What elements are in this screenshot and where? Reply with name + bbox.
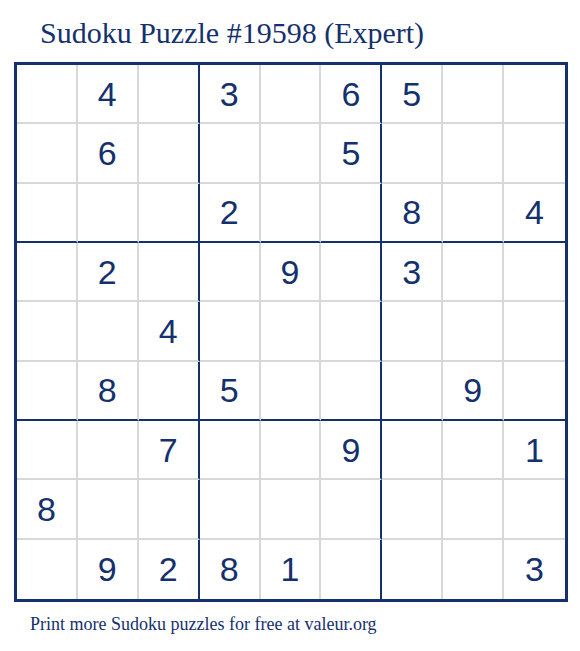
cell-r2c4[interactable] [200, 124, 261, 183]
cell-r5c3: 4 [139, 302, 200, 361]
cell-r3c1[interactable] [17, 184, 78, 243]
cell-r7c2[interactable] [78, 421, 139, 480]
cell-r3c7: 8 [382, 184, 443, 243]
cell-r8c2[interactable] [78, 480, 139, 539]
cell-r1c3[interactable] [139, 65, 200, 124]
cell-r6c2: 8 [78, 362, 139, 421]
cell-r7c6: 9 [321, 421, 382, 480]
cell-r3c4: 2 [200, 184, 261, 243]
cell-r3c5[interactable] [261, 184, 322, 243]
cell-r9c1[interactable] [17, 540, 78, 599]
cell-r4c8[interactable] [443, 243, 504, 302]
cell-r6c4: 5 [200, 362, 261, 421]
cell-r6c1[interactable] [17, 362, 78, 421]
cell-r8c8[interactable] [443, 480, 504, 539]
cell-r1c9[interactable] [504, 65, 565, 124]
cell-r7c7[interactable] [382, 421, 443, 480]
cell-r6c5[interactable] [261, 362, 322, 421]
cell-r4c6[interactable] [321, 243, 382, 302]
cell-r5c2[interactable] [78, 302, 139, 361]
cell-r1c8[interactable] [443, 65, 504, 124]
cell-r9c8[interactable] [443, 540, 504, 599]
cell-r9c3: 2 [139, 540, 200, 599]
cell-r1c5[interactable] [261, 65, 322, 124]
cell-r6c6[interactable] [321, 362, 382, 421]
cell-r9c5: 1 [261, 540, 322, 599]
cell-r9c4: 8 [200, 540, 261, 599]
page: Sudoku Puzzle #19598 (Expert) 4365652842… [0, 0, 580, 651]
cell-r9c6[interactable] [321, 540, 382, 599]
cell-r5c9[interactable] [504, 302, 565, 361]
cell-r2c1[interactable] [17, 124, 78, 183]
cell-r8c6[interactable] [321, 480, 382, 539]
cell-r4c5: 9 [261, 243, 322, 302]
cell-r2c2: 6 [78, 124, 139, 183]
cell-r1c1[interactable] [17, 65, 78, 124]
cell-r2c3[interactable] [139, 124, 200, 183]
puzzle-title: Sudoku Puzzle #19598 (Expert) [40, 16, 424, 50]
cell-r2c5[interactable] [261, 124, 322, 183]
cell-r7c8[interactable] [443, 421, 504, 480]
footer-text: Print more Sudoku puzzles for free at va… [30, 614, 377, 635]
cell-r4c9[interactable] [504, 243, 565, 302]
cell-r4c3[interactable] [139, 243, 200, 302]
cell-r1c4: 3 [200, 65, 261, 124]
cell-r1c6: 6 [321, 65, 382, 124]
cell-r7c9: 1 [504, 421, 565, 480]
cell-r3c2[interactable] [78, 184, 139, 243]
cell-r8c7[interactable] [382, 480, 443, 539]
cell-r7c4[interactable] [200, 421, 261, 480]
cell-r9c2: 9 [78, 540, 139, 599]
cell-r2c6: 5 [321, 124, 382, 183]
cell-r8c3[interactable] [139, 480, 200, 539]
cell-r3c8[interactable] [443, 184, 504, 243]
cell-r6c8: 9 [443, 362, 504, 421]
cell-r8c9[interactable] [504, 480, 565, 539]
cell-r6c9[interactable] [504, 362, 565, 421]
cell-r4c2: 2 [78, 243, 139, 302]
cell-r5c6[interactable] [321, 302, 382, 361]
sudoku-board: 4365652842934859791892813 [14, 62, 568, 602]
cell-r2c9[interactable] [504, 124, 565, 183]
cell-r5c5[interactable] [261, 302, 322, 361]
cell-r7c3: 7 [139, 421, 200, 480]
cell-r5c4[interactable] [200, 302, 261, 361]
cell-r6c7[interactable] [382, 362, 443, 421]
cell-r8c5[interactable] [261, 480, 322, 539]
cell-r5c1[interactable] [17, 302, 78, 361]
cell-r7c1[interactable] [17, 421, 78, 480]
cell-r4c4[interactable] [200, 243, 261, 302]
cell-r6c3[interactable] [139, 362, 200, 421]
cell-r4c7: 3 [382, 243, 443, 302]
cell-r3c9: 4 [504, 184, 565, 243]
cell-r1c2: 4 [78, 65, 139, 124]
cell-r8c1: 8 [17, 480, 78, 539]
cell-r4c1[interactable] [17, 243, 78, 302]
cell-r3c6[interactable] [321, 184, 382, 243]
cell-r8c4[interactable] [200, 480, 261, 539]
cell-r3c3[interactable] [139, 184, 200, 243]
cell-r9c9: 3 [504, 540, 565, 599]
cell-r2c7[interactable] [382, 124, 443, 183]
cell-r1c7: 5 [382, 65, 443, 124]
cell-r9c7[interactable] [382, 540, 443, 599]
cell-r2c8[interactable] [443, 124, 504, 183]
cell-r7c5[interactable] [261, 421, 322, 480]
cell-r5c7[interactable] [382, 302, 443, 361]
cell-r5c8[interactable] [443, 302, 504, 361]
